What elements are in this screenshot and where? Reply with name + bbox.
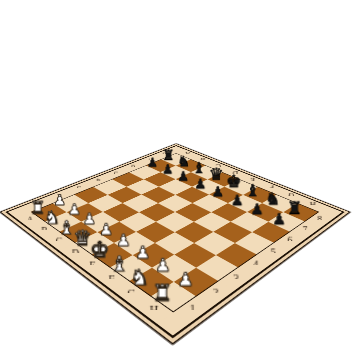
- black-pawn-h7[interactable]: ♟: [259, 211, 298, 226]
- chessboard: ABCDEFGH8♜♞♝♛♚♝♞♜87♟♟♟♟♟♟♟♟7665544332♟♟♟…: [5, 145, 344, 338]
- board-scene: ABCDEFGH8♜♞♝♛♚♝♞♜87♟♟♟♟♟♟♟♟7665544332♟♟♟…: [0, 0, 360, 360]
- coordinate-label: 4: [246, 250, 265, 280]
- board-image-canvas: ABCDEFGH8♜♞♝♛♚♝♞♜87♟♟♟♟♟♟♟♟7665544332♟♟♟…: [0, 0, 360, 360]
